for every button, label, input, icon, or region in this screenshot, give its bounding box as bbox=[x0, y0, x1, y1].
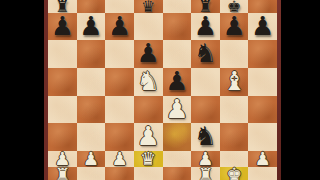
square-g5[interactable]: ♝ bbox=[220, 68, 249, 96]
square-e3[interactable] bbox=[163, 123, 192, 151]
square-h7[interactable]: ♟ bbox=[248, 13, 277, 40]
square-h5[interactable] bbox=[248, 68, 277, 96]
square-e7[interactable] bbox=[163, 13, 192, 40]
square-b4[interactable] bbox=[77, 96, 106, 123]
square-e5[interactable]: ♟ bbox=[163, 68, 192, 96]
piece-black-pawn[interactable]: ♟ bbox=[51, 13, 74, 39]
square-c5[interactable] bbox=[105, 68, 134, 96]
square-b5[interactable] bbox=[77, 68, 106, 96]
piece-white-pawn[interactable]: ♟ bbox=[111, 150, 127, 168]
square-d5[interactable]: ♞ bbox=[134, 68, 163, 96]
square-e1[interactable] bbox=[163, 167, 192, 180]
square-c4[interactable] bbox=[105, 96, 134, 123]
video-thumbnail: ♜♛♜♚♟♟♟♟♟♟♟♞♞♟♝♟♟♞♟♟♟♛♟♟♜♜♚ bbox=[0, 0, 320, 180]
square-f5[interactable] bbox=[191, 68, 220, 96]
square-c6[interactable] bbox=[105, 40, 134, 68]
square-g6[interactable] bbox=[220, 40, 249, 68]
square-a1[interactable]: ♜ bbox=[48, 167, 77, 180]
square-b7[interactable]: ♟ bbox=[77, 13, 106, 40]
piece-black-knight[interactable]: ♞ bbox=[194, 40, 217, 66]
square-d6[interactable]: ♟ bbox=[134, 40, 163, 68]
square-g4[interactable] bbox=[220, 96, 249, 123]
square-a5[interactable] bbox=[48, 68, 77, 96]
square-h2[interactable]: ♟ bbox=[248, 151, 277, 167]
square-c7[interactable]: ♟ bbox=[105, 13, 134, 40]
square-h4[interactable] bbox=[248, 96, 277, 123]
piece-black-pawn[interactable]: ♟ bbox=[222, 13, 245, 39]
square-h1[interactable] bbox=[248, 167, 277, 180]
piece-white-king[interactable]: ♚ bbox=[226, 166, 241, 180]
square-h6[interactable] bbox=[248, 40, 277, 68]
piece-black-pawn[interactable]: ♟ bbox=[194, 13, 217, 39]
square-b1[interactable] bbox=[77, 167, 106, 180]
piece-black-pawn[interactable]: ♟ bbox=[137, 40, 160, 66]
letterbox-left bbox=[0, 0, 44, 180]
piece-black-pawn[interactable]: ♟ bbox=[165, 68, 188, 94]
piece-white-bishop[interactable]: ♝ bbox=[222, 68, 245, 94]
square-f1[interactable]: ♜ bbox=[191, 167, 220, 180]
piece-white-pawn[interactable]: ♟ bbox=[83, 150, 99, 168]
square-g1[interactable]: ♚ bbox=[220, 167, 249, 180]
chess-board: ♜♛♜♚♟♟♟♟♟♟♟♞♞♟♝♟♟♞♟♟♟♛♟♟♜♜♚ bbox=[44, 0, 281, 180]
piece-black-pawn[interactable]: ♟ bbox=[108, 13, 131, 39]
square-e8[interactable] bbox=[163, 0, 192, 13]
piece-white-pawn[interactable]: ♟ bbox=[165, 96, 188, 122]
square-b6[interactable] bbox=[77, 40, 106, 68]
piece-white-knight[interactable]: ♞ bbox=[137, 68, 160, 94]
square-a6[interactable] bbox=[48, 40, 77, 68]
piece-white-pawn[interactable]: ♟ bbox=[137, 123, 160, 149]
square-f6[interactable]: ♞ bbox=[191, 40, 220, 68]
piece-black-pawn[interactable]: ♟ bbox=[79, 13, 102, 39]
square-e2[interactable] bbox=[163, 151, 192, 167]
square-e6[interactable] bbox=[163, 40, 192, 68]
square-a4[interactable] bbox=[48, 96, 77, 123]
square-g7[interactable]: ♟ bbox=[220, 13, 249, 40]
square-d2[interactable]: ♛ bbox=[134, 151, 163, 167]
square-a7[interactable]: ♟ bbox=[48, 13, 77, 40]
square-d7[interactable] bbox=[134, 13, 163, 40]
square-d8[interactable]: ♛ bbox=[134, 0, 163, 13]
piece-black-pawn[interactable]: ♟ bbox=[251, 13, 274, 39]
piece-white-rook[interactable]: ♜ bbox=[198, 166, 213, 180]
square-d4[interactable] bbox=[134, 96, 163, 123]
square-f4[interactable] bbox=[191, 96, 220, 123]
piece-white-pawn[interactable]: ♟ bbox=[255, 150, 271, 168]
square-g3[interactable] bbox=[220, 123, 249, 151]
square-e4[interactable]: ♟ bbox=[163, 96, 192, 123]
square-c1[interactable] bbox=[105, 167, 134, 180]
piece-black-knight[interactable]: ♞ bbox=[194, 123, 217, 149]
piece-white-queen[interactable]: ♛ bbox=[140, 150, 156, 168]
square-b2[interactable]: ♟ bbox=[77, 151, 106, 167]
piece-white-rook[interactable]: ♜ bbox=[55, 166, 70, 180]
square-c2[interactable]: ♟ bbox=[105, 151, 134, 167]
square-d1[interactable] bbox=[134, 167, 163, 180]
letterbox-right bbox=[281, 0, 320, 180]
board-grid: ♜♛♜♚♟♟♟♟♟♟♟♞♞♟♝♟♟♞♟♟♟♛♟♟♜♜♚ bbox=[48, 0, 277, 180]
square-f7[interactable]: ♟ bbox=[191, 13, 220, 40]
